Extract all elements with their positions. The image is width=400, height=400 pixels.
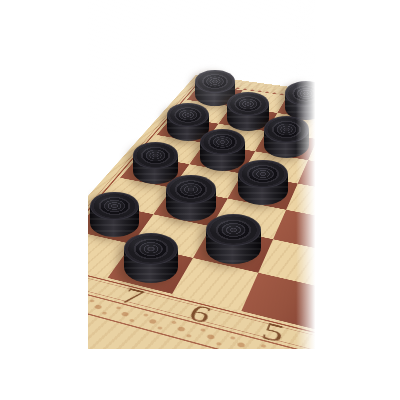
piece-top-grooves — [90, 192, 139, 221]
piece-top-grooves — [195, 70, 235, 93]
piece-top-grooves — [124, 233, 178, 265]
piece-dark-a7[interactable] — [124, 233, 178, 283]
piece-dark-b6[interactable] — [206, 214, 261, 264]
left-white-mask — [0, 0, 88, 349]
product-photo: 87654321 — [0, 0, 400, 400]
piece-top-grooves — [166, 175, 216, 204]
piece-top-grooves — [206, 214, 261, 246]
photo-crop: 87654321 — [0, 0, 318, 349]
piece-dark-b8[interactable] — [90, 192, 139, 237]
piece-top-grooves — [167, 103, 209, 128]
piece-top-grooves — [133, 142, 178, 168]
piece-dark-d6[interactable] — [238, 160, 288, 206]
right-white-fade — [296, 0, 318, 349]
